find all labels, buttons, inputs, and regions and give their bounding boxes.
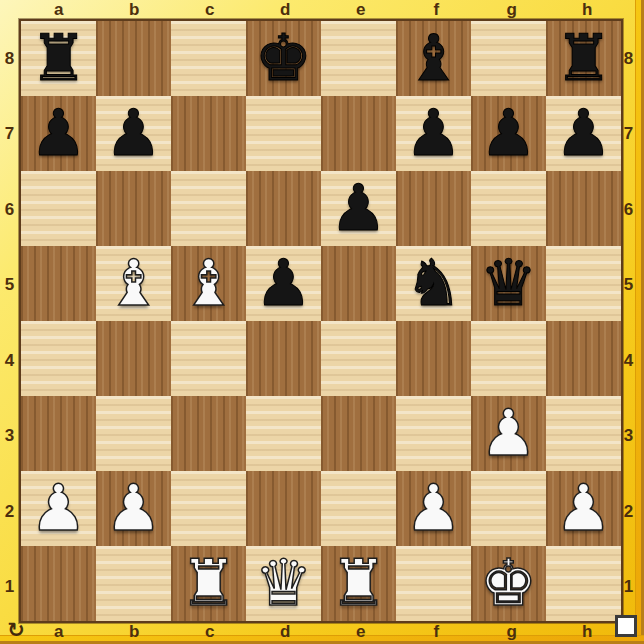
square-g3[interactable]: ♟ — [471, 396, 546, 471]
rank-label-5: 5 — [0, 248, 19, 324]
piece-white-pawn-h2[interactable]: ♟ — [555, 471, 612, 546]
square-e2[interactable] — [321, 471, 396, 546]
square-h6[interactable] — [546, 171, 621, 246]
square-e5[interactable] — [321, 246, 396, 321]
square-d6[interactable] — [246, 171, 321, 246]
rank-label-6: 6 — [0, 172, 19, 248]
square-d1[interactable]: ♛ — [246, 546, 321, 621]
piece-white-pawn-b2[interactable]: ♟ — [105, 471, 162, 546]
rank-label-1: 1 — [0, 550, 19, 626]
square-h2[interactable]: ♟ — [546, 471, 621, 546]
square-h7[interactable]: ♟ — [546, 96, 621, 171]
square-a2[interactable]: ♟ — [21, 471, 96, 546]
square-d8[interactable]: ♚ — [246, 21, 321, 96]
square-g6[interactable] — [471, 171, 546, 246]
file-label-c: c — [172, 0, 248, 19]
file-label-d: d — [248, 0, 324, 19]
square-a6[interactable] — [21, 171, 96, 246]
square-b7[interactable]: ♟ — [96, 96, 171, 171]
rank-label-2: 2 — [0, 474, 19, 550]
rank-label-2: 2 — [621, 474, 636, 550]
chess-app-window: abcdefgh abcdefgh 87654321 87654321 ♜♚♝♜… — [0, 0, 644, 644]
rank-label-3: 3 — [621, 399, 636, 475]
piece-black-pawn-g7[interactable]: ♟ — [480, 96, 537, 171]
piece-white-bishop-c5[interactable]: ♝ — [180, 246, 237, 321]
square-d3[interactable] — [246, 396, 321, 471]
turn-indicator-icon — [615, 615, 637, 637]
piece-black-queen-g5[interactable]: ♛ — [480, 246, 537, 321]
square-d7[interactable] — [246, 96, 321, 171]
square-e3[interactable] — [321, 396, 396, 471]
rank-label-8: 8 — [0, 21, 19, 97]
frame-edge-right — [635, 0, 644, 644]
square-d4[interactable] — [246, 321, 321, 396]
square-c4[interactable] — [171, 321, 246, 396]
file-labels-top: abcdefgh — [21, 0, 625, 19]
rank-label-3: 3 — [0, 399, 19, 475]
square-f1[interactable] — [396, 546, 471, 621]
file-label-f: f — [399, 0, 475, 19]
rank-label-4: 4 — [621, 323, 636, 399]
rank-labels-right: 87654321 — [621, 21, 636, 625]
piece-white-king-g1[interactable]: ♚ — [480, 546, 537, 621]
square-a1[interactable] — [21, 546, 96, 621]
rank-label-1: 1 — [621, 550, 636, 626]
rank-label-8: 8 — [621, 21, 636, 97]
square-c6[interactable] — [171, 171, 246, 246]
square-b1[interactable] — [96, 546, 171, 621]
square-f7[interactable]: ♟ — [396, 96, 471, 171]
square-c3[interactable] — [171, 396, 246, 471]
square-b4[interactable] — [96, 321, 171, 396]
rank-label-5: 5 — [621, 248, 636, 324]
square-c5[interactable]: ♝ — [171, 246, 246, 321]
rank-label-7: 7 — [0, 97, 19, 173]
piece-black-rook-a8[interactable]: ♜ — [30, 21, 87, 96]
rank-label-6: 6 — [621, 172, 636, 248]
square-e7[interactable] — [321, 96, 396, 171]
square-g5[interactable]: ♛ — [471, 246, 546, 321]
piece-white-rook-e1[interactable]: ♜ — [330, 546, 387, 621]
piece-black-pawn-d5[interactable]: ♟ — [255, 246, 312, 321]
square-b6[interactable] — [96, 171, 171, 246]
piece-black-knight-f5[interactable]: ♞ — [405, 246, 462, 321]
board: ♜♚♝♜♟♟♟♟♟♟♝♝♟♞♛♟♟♟♟♟♜♛♜♚ — [19, 19, 623, 623]
square-b5[interactable]: ♝ — [96, 246, 171, 321]
square-g2[interactable] — [471, 471, 546, 546]
square-c7[interactable] — [171, 96, 246, 171]
square-h1[interactable] — [546, 546, 621, 621]
file-label-a: a — [21, 0, 97, 19]
square-g4[interactable] — [471, 321, 546, 396]
square-g8[interactable] — [471, 21, 546, 96]
piece-white-pawn-g3[interactable]: ♟ — [480, 396, 537, 471]
piece-black-pawn-a7[interactable]: ♟ — [30, 96, 87, 171]
piece-white-bishop-b5[interactable]: ♝ — [105, 246, 162, 321]
square-a8[interactable]: ♜ — [21, 21, 96, 96]
square-f6[interactable] — [396, 171, 471, 246]
square-f8[interactable]: ♝ — [396, 21, 471, 96]
square-e6[interactable]: ♟ — [321, 171, 396, 246]
piece-black-pawn-e6[interactable]: ♟ — [330, 171, 387, 246]
frame-edge-bottom — [0, 635, 644, 644]
file-label-g: g — [474, 0, 550, 19]
file-label-h: h — [550, 0, 626, 19]
square-e8[interactable] — [321, 21, 396, 96]
rank-label-4: 4 — [0, 323, 19, 399]
square-a5[interactable] — [21, 246, 96, 321]
piece-black-bishop-f8[interactable]: ♝ — [405, 21, 462, 96]
square-h3[interactable] — [546, 396, 621, 471]
square-d2[interactable] — [246, 471, 321, 546]
square-a4[interactable] — [21, 321, 96, 396]
piece-black-pawn-h7[interactable]: ♟ — [555, 96, 612, 171]
square-b2[interactable]: ♟ — [96, 471, 171, 546]
piece-white-rook-c1[interactable]: ♜ — [180, 546, 237, 621]
square-f4[interactable] — [396, 321, 471, 396]
square-h8[interactable]: ♜ — [546, 21, 621, 96]
square-h4[interactable] — [546, 321, 621, 396]
square-g1[interactable]: ♚ — [471, 546, 546, 621]
square-b3[interactable] — [96, 396, 171, 471]
square-f5[interactable]: ♞ — [396, 246, 471, 321]
square-e4[interactable] — [321, 321, 396, 396]
square-f3[interactable] — [396, 396, 471, 471]
square-b8[interactable] — [96, 21, 171, 96]
square-a3[interactable] — [21, 396, 96, 471]
piece-black-pawn-f7[interactable]: ♟ — [405, 96, 462, 171]
piece-black-rook-h8[interactable]: ♜ — [555, 21, 612, 96]
square-h5[interactable] — [546, 246, 621, 321]
square-g7[interactable]: ♟ — [471, 96, 546, 171]
flip-board-icon[interactable]: ↻ — [3, 618, 29, 642]
square-c8[interactable] — [171, 21, 246, 96]
piece-white-pawn-f2[interactable]: ♟ — [405, 471, 462, 546]
square-c1[interactable]: ♜ — [171, 546, 246, 621]
piece-black-king-d8[interactable]: ♚ — [255, 21, 312, 96]
file-label-e: e — [323, 0, 399, 19]
piece-black-pawn-b7[interactable]: ♟ — [105, 96, 162, 171]
piece-white-queen-d1[interactable]: ♛ — [255, 546, 312, 621]
rank-labels-left: 87654321 — [0, 21, 19, 625]
rank-label-7: 7 — [621, 97, 636, 173]
file-label-b: b — [97, 0, 173, 19]
square-e1[interactable]: ♜ — [321, 546, 396, 621]
square-a7[interactable]: ♟ — [21, 96, 96, 171]
square-f2[interactable]: ♟ — [396, 471, 471, 546]
piece-white-pawn-a2[interactable]: ♟ — [30, 471, 87, 546]
square-c2[interactable] — [171, 471, 246, 546]
square-d5[interactable]: ♟ — [246, 246, 321, 321]
